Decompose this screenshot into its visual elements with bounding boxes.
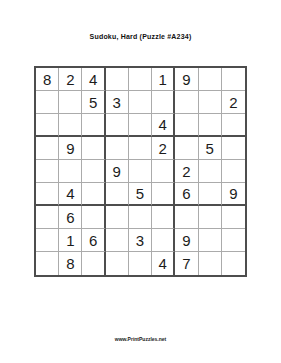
cell-r2c8 (199, 91, 222, 114)
cell-r3c5 (129, 114, 152, 137)
cell-r2c6 (152, 91, 175, 114)
cell-r3c7 (175, 114, 198, 137)
cell-r7c4 (106, 206, 129, 229)
cell-r9c3 (82, 252, 105, 275)
cell-r9c9 (222, 252, 245, 275)
cell-r8c7: 9 (175, 229, 198, 252)
cell-r5c5 (129, 160, 152, 183)
cell-r1c3: 4 (82, 68, 105, 91)
cell-r6c4 (106, 183, 129, 206)
cell-r9c4 (106, 252, 129, 275)
cell-r5c4: 9 (106, 160, 129, 183)
cell-r8c3: 6 (82, 229, 105, 252)
cell-r8c9 (222, 229, 245, 252)
cell-r2c2 (59, 91, 82, 114)
cell-r3c8 (199, 114, 222, 137)
cell-r5c7: 2 (175, 160, 198, 183)
cell-r7c2: 6 (59, 206, 82, 229)
cell-r9c2: 8 (59, 252, 82, 275)
cell-r6c3 (82, 183, 105, 206)
cell-r8c4 (106, 229, 129, 252)
cell-r2c1 (36, 91, 59, 114)
cell-r7c1 (36, 206, 59, 229)
cell-r9c5 (129, 252, 152, 275)
page: Sudoku, Hard (Puzzle #A234) 824195324925… (0, 0, 281, 363)
cell-r6c1 (36, 183, 59, 206)
cell-r8c5: 3 (129, 229, 152, 252)
cell-r4c1 (36, 137, 59, 160)
puzzle-title: Sudoku, Hard (Puzzle #A234) (0, 33, 281, 40)
cell-r6c5: 5 (129, 183, 152, 206)
cell-r4c3 (82, 137, 105, 160)
cell-r1c7: 9 (175, 68, 198, 91)
cell-r9c1 (36, 252, 59, 275)
cell-r9c6: 4 (152, 252, 175, 275)
cell-r4c7 (175, 137, 198, 160)
cell-r4c8: 5 (199, 137, 222, 160)
cell-r6c9: 9 (222, 183, 245, 206)
cell-r5c3 (82, 160, 105, 183)
cell-r6c2: 4 (59, 183, 82, 206)
cell-r6c8 (199, 183, 222, 206)
cell-r2c9: 2 (222, 91, 245, 114)
cell-r9c8 (199, 252, 222, 275)
sudoku-board: 82419532492592456961639847 (34, 66, 247, 277)
cell-r8c2: 1 (59, 229, 82, 252)
cell-r5c9 (222, 160, 245, 183)
cell-r3c4 (106, 114, 129, 137)
cell-r5c8 (199, 160, 222, 183)
cell-r7c8 (199, 206, 222, 229)
cell-r4c2: 9 (59, 137, 82, 160)
cell-r2c7 (175, 91, 198, 114)
cell-r8c8 (199, 229, 222, 252)
cell-r1c5 (129, 68, 152, 91)
cell-r3c3 (82, 114, 105, 137)
cell-r4c9 (222, 137, 245, 160)
cell-r7c9 (222, 206, 245, 229)
cell-r7c7 (175, 206, 198, 229)
cell-r8c1 (36, 229, 59, 252)
cell-r1c8 (199, 68, 222, 91)
cell-r3c6: 4 (152, 114, 175, 137)
cell-r7c3 (82, 206, 105, 229)
cell-r2c5 (129, 91, 152, 114)
cell-r1c1: 8 (36, 68, 59, 91)
cell-r1c9 (222, 68, 245, 91)
cell-r2c4: 3 (106, 91, 129, 114)
cell-r5c2 (59, 160, 82, 183)
cell-r2c3: 5 (82, 91, 105, 114)
cell-r7c6 (152, 206, 175, 229)
cell-r8c6 (152, 229, 175, 252)
cell-r4c6: 2 (152, 137, 175, 160)
cell-r1c4 (106, 68, 129, 91)
cell-r4c5 (129, 137, 152, 160)
cell-r6c6 (152, 183, 175, 206)
cell-r9c7: 7 (175, 252, 198, 275)
cell-r3c9 (222, 114, 245, 137)
cell-r5c6 (152, 160, 175, 183)
cell-r3c1 (36, 114, 59, 137)
footer-site-url: www.PrintPuzzles.net (0, 336, 281, 342)
cell-r5c1 (36, 160, 59, 183)
cell-r4c4 (106, 137, 129, 160)
cell-r1c6: 1 (152, 68, 175, 91)
cell-r1c2: 2 (59, 68, 82, 91)
cell-r3c2 (59, 114, 82, 137)
cell-r7c5 (129, 206, 152, 229)
cell-r6c7: 6 (175, 183, 198, 206)
